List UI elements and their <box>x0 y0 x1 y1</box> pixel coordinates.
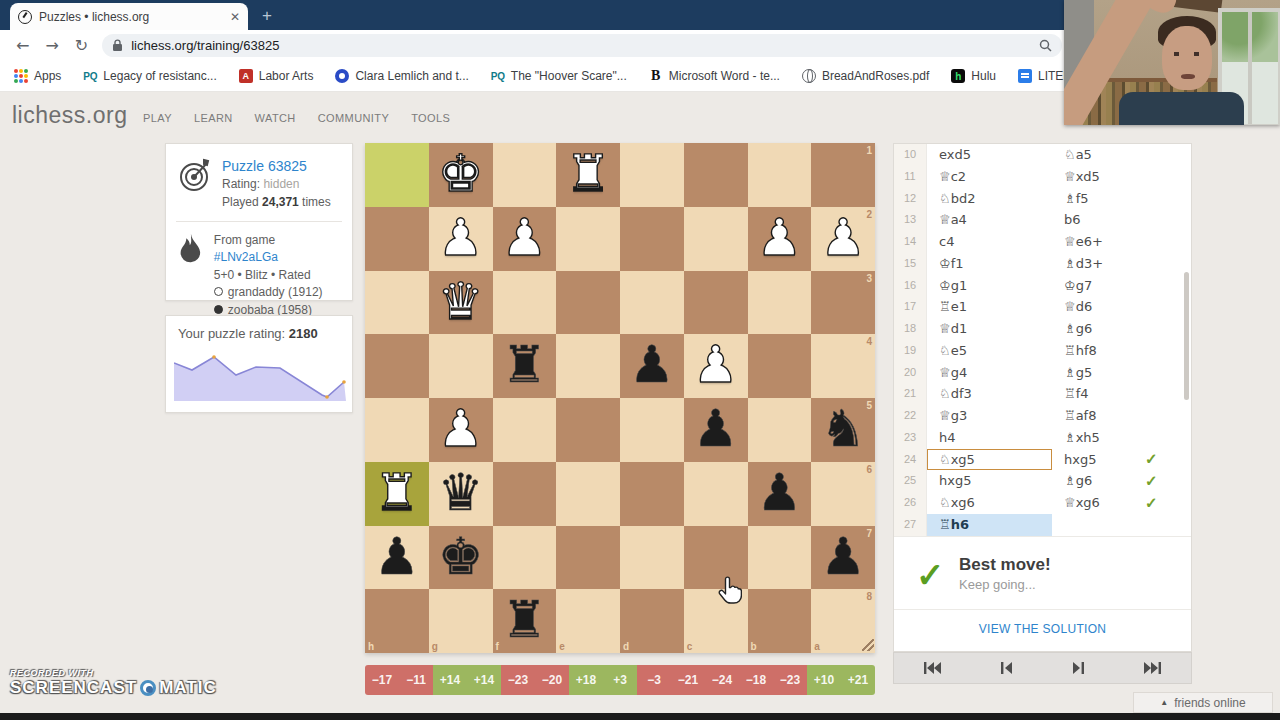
square-c5[interactable]: ♟ <box>684 398 748 462</box>
square-h4[interactable] <box>365 334 429 398</box>
black-pawn[interactable]: ♟ <box>748 462 812 526</box>
white-rook[interactable]: ♜ <box>556 143 620 207</box>
target-icon <box>176 156 214 194</box>
black-dot-icon <box>214 305 223 314</box>
file-label: g <box>432 641 438 652</box>
square-h8[interactable]: h <box>365 589 429 653</box>
bookmark-label: Microsoft Word - te... <box>669 69 780 83</box>
eval-cell[interactable]: +14 <box>433 665 467 695</box>
move-number: 14 <box>894 231 927 253</box>
square-b2[interactable]: ♟ <box>748 207 812 271</box>
puzzle-rating-card: Your puzzle rating: 2180 <box>165 315 353 413</box>
square-c2[interactable] <box>684 207 748 271</box>
square-e4[interactable] <box>556 334 620 398</box>
square-d7[interactable] <box>620 526 684 590</box>
square-e2[interactable] <box>556 207 620 271</box>
white-rook[interactable]: ♜ <box>365 462 429 526</box>
puzzle-played: Played 24,371 times <box>222 194 331 211</box>
move-number: 21 <box>894 383 927 405</box>
webcam-person-mouth <box>1181 74 1195 79</box>
screencast-watermark: RECORDED WITH SCREENCAST MATIC <box>10 668 217 698</box>
move-row: 12♘bd2♗f5 <box>894 188 1191 210</box>
square-h3[interactable] <box>365 271 429 335</box>
square-g2[interactable]: ♟ <box>429 207 493 271</box>
move-number: 16 <box>894 275 927 297</box>
move-number: 20 <box>894 362 927 384</box>
square-b8[interactable]: b <box>748 589 812 653</box>
rank-label: 3 <box>866 273 872 284</box>
eval-cell[interactable]: +3 <box>603 665 637 695</box>
square-e3[interactable] <box>556 271 620 335</box>
move-row: 20♕g4♗g5 <box>894 362 1191 384</box>
black-queen[interactable]: ♛ <box>429 462 493 526</box>
tab-favicon-icon <box>18 10 32 24</box>
bookmark-item[interactable]: PQThe "Hoover Scare"... <box>491 69 627 83</box>
black-king[interactable]: ♚ <box>429 526 493 590</box>
eval-cell[interactable]: +21 <box>841 665 875 695</box>
eval-cell[interactable]: −18 <box>739 665 773 695</box>
board-resize-handle[interactable] <box>862 639 874 651</box>
white-move[interactable]: ♖e1 <box>927 296 1052 318</box>
black-move[interactable]: ♗g6 <box>1052 318 1145 340</box>
recorded-with-label: RECORDED WITH <box>10 668 217 678</box>
chess-board[interactable]: ♚♜1♟♟♟♟2♛3♜♟♟4♟♟♞5♜♛♟6♟♚♟7hg♜fedcb8a <box>365 143 875 653</box>
square-g8[interactable]: g <box>429 589 493 653</box>
eval-cell[interactable]: +18 <box>569 665 603 695</box>
move-row: 14c4♕e6+ <box>894 231 1191 253</box>
black-move[interactable]: b6 <box>1052 209 1145 231</box>
rank-label: 7 <box>866 528 872 539</box>
rank-label: 2 <box>866 209 872 220</box>
square-f4[interactable]: ♜ <box>493 334 557 398</box>
square-d4[interactable]: ♟ <box>620 334 684 398</box>
square-e8[interactable]: e <box>556 589 620 653</box>
feedback-panel: ✓ Best move! Keep going... VIEW THE SOLU… <box>894 536 1191 651</box>
move-number: 24 <box>894 449 927 471</box>
move-list[interactable]: 10exd5♘a511♕c2♕xd512♘bd2♗f513♕a4b614c4♕e… <box>894 144 1191 536</box>
square-d5[interactable] <box>620 398 684 462</box>
bookmark-item[interactable]: Clara Lemlich and t... <box>335 69 468 83</box>
black-move[interactable]: ♗d3+ <box>1052 253 1145 275</box>
move-row: 19♘e5♖hf8 <box>894 340 1191 362</box>
square-a6[interactable]: 6 <box>811 462 875 526</box>
pq-bookmark-icon: PQ <box>83 69 97 83</box>
file-label: f <box>496 641 499 652</box>
white-move[interactable]: ♖h6 <box>927 514 1052 536</box>
square-a3[interactable]: 3 <box>811 271 875 335</box>
eval-cell[interactable]: −21 <box>671 665 705 695</box>
square-a5[interactable]: ♞5 <box>811 398 875 462</box>
square-f7[interactable] <box>493 526 557 590</box>
bookmark-label: The "Hoover Scare"... <box>511 69 627 83</box>
square-f3[interactable] <box>493 271 557 335</box>
url-text: lichess.org/training/63825 <box>131 38 1031 53</box>
square-d1[interactable] <box>620 143 684 207</box>
square-g6[interactable]: ♛ <box>429 462 493 526</box>
feedback-title: Best move! <box>959 555 1051 575</box>
move-check-icon: ✓ <box>1145 472 1175 490</box>
square-b4[interactable] <box>748 334 812 398</box>
move-check-icon: ✓ <box>1145 494 1175 512</box>
black-move[interactable]: hxg5 <box>1052 449 1145 471</box>
square-b6[interactable]: ♟ <box>748 462 812 526</box>
reload-icon[interactable]: ↻ <box>75 36 88 55</box>
puzzle-rating: Rating: hidden <box>222 176 331 193</box>
back-icon[interactable]: ← <box>16 36 29 55</box>
black-pawn[interactable]: ♟ <box>684 398 748 462</box>
black-pawn[interactable]: ♟ <box>811 526 875 590</box>
bottom-strip <box>0 713 1280 720</box>
white-pawn[interactable]: ♟ <box>684 334 748 398</box>
rank-label: 5 <box>866 400 872 411</box>
search-icon[interactable] <box>1039 39 1052 52</box>
bookmark-item[interactable]: hHulu <box>951 69 996 83</box>
move-row: 23h4♗xh5 <box>894 427 1191 449</box>
black-move[interactable] <box>1052 514 1145 536</box>
square-g3[interactable]: ♛ <box>429 271 493 335</box>
move-number: 23 <box>894 427 927 449</box>
white-move[interactable]: ♘df3 <box>927 383 1052 405</box>
bookmark-item[interactable]: Apps <box>14 69 61 83</box>
square-e5[interactable] <box>556 398 620 462</box>
previous-move-button[interactable] <box>1001 661 1013 675</box>
chevron-up-icon: ▲ <box>1160 698 1168 707</box>
next-move-button[interactable] <box>1072 661 1084 675</box>
square-h5[interactable] <box>365 398 429 462</box>
lock-icon <box>112 39 123 52</box>
black-move[interactable]: ♖af8 <box>1052 405 1145 427</box>
square-g5[interactable]: ♟ <box>429 398 493 462</box>
white-queen[interactable]: ♛ <box>429 271 493 335</box>
square-d6[interactable] <box>620 462 684 526</box>
square-h2[interactable] <box>365 207 429 271</box>
square-a2[interactable]: ♟2 <box>811 207 875 271</box>
hulu-bookmark-icon: h <box>951 69 965 83</box>
rank-label: 6 <box>866 464 872 475</box>
pq-bookmark-icon: PQ <box>491 69 505 83</box>
la-bookmark-icon: A <box>239 69 253 83</box>
black-pawn[interactable]: ♟ <box>365 526 429 590</box>
rating-label: Your puzzle rating: 2180 <box>166 316 352 345</box>
rank-label: 1 <box>866 145 872 156</box>
flame-icon <box>176 232 206 272</box>
nav-item-watch[interactable]: WATCH <box>255 112 296 124</box>
time-control: 5+0 • Blitz • Rated <box>214 267 342 284</box>
square-c6[interactable] <box>684 462 748 526</box>
move-row: 17♖e1♕d6 <box>894 296 1191 318</box>
black-rook[interactable]: ♜ <box>493 589 557 653</box>
square-f2[interactable]: ♟ <box>493 207 557 271</box>
friends-online-bar[interactable]: ▲ friends online <box>1133 692 1273 713</box>
move-row: 15♔f1♗d3+ <box>894 253 1191 275</box>
square-c3[interactable] <box>684 271 748 335</box>
square-b3[interactable] <box>748 271 812 335</box>
eval-cell[interactable]: −20 <box>535 665 569 695</box>
square-d8[interactable]: d <box>620 589 684 653</box>
square-b7[interactable] <box>748 526 812 590</box>
white-move[interactable]: ♘xg6 <box>927 492 1052 514</box>
white-move[interactable]: exd5 <box>927 144 1052 166</box>
url-bar[interactable]: lichess.org/training/63825 <box>102 34 1062 57</box>
move-number: 27 <box>894 514 927 536</box>
webcam-person-head <box>1162 26 1212 90</box>
white-move[interactable]: ♕g4 <box>927 362 1052 384</box>
white-pawn[interactable]: ♟ <box>429 207 493 271</box>
black-move[interactable]: ♕e6+ <box>1052 231 1145 253</box>
square-a7[interactable]: ♟7 <box>811 526 875 590</box>
move-row: 24♘xg5hxg5✓ <box>894 449 1191 471</box>
puzzle-info-card: Puzzle 63825 Rating: hidden Played 24,37… <box>165 143 353 301</box>
black-move[interactable]: ♕xg6 <box>1052 492 1145 514</box>
square-g1[interactable]: ♚ <box>429 143 493 207</box>
square-c1[interactable] <box>684 143 748 207</box>
bookmark-label: Legacy of resistanc... <box>103 69 216 83</box>
webcam-person-torso <box>1119 92 1244 125</box>
black-move[interactable]: ♗g5 <box>1052 362 1145 384</box>
white-move[interactable]: ♘e5 <box>927 340 1052 362</box>
eval-cell[interactable]: −23 <box>501 665 535 695</box>
white-move[interactable]: ♕a4 <box>927 209 1052 231</box>
move-number: 10 <box>894 144 927 166</box>
file-label: c <box>687 641 693 652</box>
move-row: 27♖h6 <box>894 514 1191 536</box>
move-row: 16♔g1♔g7 <box>894 275 1191 297</box>
b-bookmark-icon: B <box>649 69 663 83</box>
eval-cell[interactable]: −11 <box>399 665 433 695</box>
file-label: a <box>814 641 820 652</box>
puzzle-side-panel: 10exd5♘a511♕c2♕xd512♘bd2♗f513♕a4b614c4♕e… <box>893 143 1192 652</box>
square-d3[interactable] <box>620 271 684 335</box>
first-move-button[interactable] <box>924 661 942 675</box>
square-b5[interactable] <box>748 398 812 462</box>
white-move[interactable]: ♕d1 <box>927 318 1052 340</box>
move-row: 22♕g3♖af8 <box>894 405 1191 427</box>
square-b1[interactable] <box>748 143 812 207</box>
mouse-cursor-hand <box>716 576 742 604</box>
move-number: 22 <box>894 405 927 427</box>
evaluation-bar: −17−11+14+14−23−20+18+3−3−21−24−18−23+10… <box>365 665 875 695</box>
globe-bookmark-icon <box>802 69 816 83</box>
square-h7[interactable]: ♟ <box>365 526 429 590</box>
move-number: 15 <box>894 253 927 275</box>
square-a1[interactable]: 1 <box>811 143 875 207</box>
square-f8[interactable]: ♜f <box>493 589 557 653</box>
white-pawn[interactable]: ♟ <box>493 207 557 271</box>
square-a4[interactable]: 4 <box>811 334 875 398</box>
white-move[interactable]: ♔f1 <box>927 253 1052 275</box>
white-move[interactable]: h4 <box>927 427 1052 449</box>
bookmark-label: Labor Arts <box>259 69 314 83</box>
move-list-scrollbar[interactable] <box>1184 272 1189 400</box>
black-move[interactable]: ♗f5 <box>1052 188 1145 210</box>
feedback-subtitle: Keep going... <box>959 577 1036 592</box>
square-c4[interactable]: ♟ <box>684 334 748 398</box>
bookmark-item[interactable]: ALabor Arts <box>239 69 314 83</box>
bookmark-label: Hulu <box>971 69 996 83</box>
white-move[interactable]: ♔g1 <box>927 275 1052 297</box>
bookmark-label: Clara Lemlich and t... <box>355 69 468 83</box>
move-row: 18♕d1♗g6 <box>894 318 1191 340</box>
bookmark-item[interactable]: PQLegacy of resistanc... <box>83 69 216 83</box>
black-move[interactable]: ♕xd5 <box>1052 166 1145 188</box>
black-move[interactable]: ♗xh5 <box>1052 427 1145 449</box>
black-move[interactable]: ♕d6 <box>1052 296 1145 318</box>
last-move-button[interactable] <box>1143 661 1161 675</box>
apps-bookmark-icon <box>14 69 28 83</box>
white-pawn[interactable]: ♟ <box>748 207 812 271</box>
eval-cell[interactable]: −17 <box>365 665 399 695</box>
move-row: 13♕a4b6 <box>894 209 1191 231</box>
lichess-nav: PLAYLEARNWATCHCOMMUNITYTOOLS <box>143 112 450 124</box>
square-f6[interactable] <box>493 462 557 526</box>
move-number: 17 <box>894 296 927 318</box>
eval-cell[interactable]: −24 <box>705 665 739 695</box>
puzzle-title-link[interactable]: Puzzle 63825 <box>222 156 331 176</box>
forward-icon[interactable]: → <box>45 36 58 55</box>
square-f1[interactable] <box>493 143 557 207</box>
square-f5[interactable] <box>493 398 557 462</box>
browser-tab[interactable]: Puzzles • lichess.org ✕ <box>10 3 248 30</box>
pbs-bookmark-icon <box>335 69 349 83</box>
from-game: From game #LNv2aLGa <box>214 232 342 267</box>
file-label: b <box>751 641 757 652</box>
eval-cell[interactable]: +14 <box>467 665 501 695</box>
square-g7[interactable]: ♚ <box>429 526 493 590</box>
square-h6[interactable]: ♜ <box>365 462 429 526</box>
black-knight[interactable]: ♞ <box>811 398 875 462</box>
move-number: 26 <box>894 492 927 514</box>
rank-label: 8 <box>866 591 872 602</box>
black-move[interactable]: ♖f4 <box>1052 383 1145 405</box>
black-rook[interactable]: ♜ <box>493 334 557 398</box>
square-e7[interactable] <box>556 526 620 590</box>
move-number: 25 <box>894 470 927 492</box>
move-row: 26♘xg6♕xg6✓ <box>894 492 1191 514</box>
best-move-check-icon: ✓ <box>916 555 945 595</box>
nav-item-play[interactable]: PLAY <box>143 112 172 124</box>
move-number: 12 <box>894 188 927 210</box>
white-move[interactable]: ♕g3 <box>927 405 1052 427</box>
nav-item-learn[interactable]: LEARN <box>194 112 233 124</box>
bookmark-label: Apps <box>34 69 61 83</box>
move-row: 11♕c2♕xd5 <box>894 166 1191 188</box>
webcam-overlay <box>1064 0 1280 125</box>
eval-cell[interactable]: +10 <box>807 665 841 695</box>
move-row: 10exd5♘a5 <box>894 144 1191 166</box>
move-number: 11 <box>894 166 927 188</box>
friends-online-label: friends online <box>1174 696 1245 710</box>
move-number: 19 <box>894 340 927 362</box>
lichess-logo[interactable]: lichess.org <box>12 102 127 129</box>
white-move[interactable]: ♘bd2 <box>927 188 1052 210</box>
move-check-icon: ✓ <box>1145 450 1175 468</box>
view-solution-link[interactable]: VIEW THE SOLUTION <box>894 609 1191 636</box>
square-d2[interactable] <box>620 207 684 271</box>
black-move[interactable]: ♗g6 <box>1052 470 1145 492</box>
file-label: h <box>368 641 374 652</box>
white-player: grandaddy (1912) <box>214 284 342 301</box>
white-pawn[interactable]: ♟ <box>811 207 875 271</box>
black-move[interactable]: ♘a5 <box>1052 144 1145 166</box>
nav-item-community[interactable]: COMMUNITY <box>318 112 389 124</box>
move-number: 18 <box>894 318 927 340</box>
divider <box>176 221 342 222</box>
white-move[interactable]: hxg5 <box>927 470 1052 492</box>
white-move[interactable]: ♕c2 <box>927 166 1052 188</box>
black-move[interactable]: ♖hf8 <box>1052 340 1145 362</box>
tab-close-icon[interactable]: ✕ <box>230 10 240 24</box>
white-king[interactable]: ♚ <box>429 143 493 207</box>
screencastomatic-logo: SCREENCAST MATIC <box>10 678 217 698</box>
black-pawn[interactable]: ♟ <box>620 334 684 398</box>
file-label: e <box>559 641 565 652</box>
new-tab-button[interactable]: + <box>262 6 272 26</box>
white-move[interactable]: c4 <box>927 231 1052 253</box>
move-number: 13 <box>894 209 927 231</box>
nav-item-tools[interactable]: TOOLS <box>411 112 450 124</box>
screencastomatic-o-icon <box>140 680 156 696</box>
bookmark-item[interactable]: BreadAndRoses.pdf <box>802 69 929 83</box>
rank-label: 4 <box>866 336 872 347</box>
move-row: 25hxg5♗g6✓ <box>894 470 1191 492</box>
eval-cell[interactable]: −23 <box>773 665 807 695</box>
docs-bookmark-icon <box>1018 69 1032 83</box>
eval-cell[interactable]: −3 <box>637 665 671 695</box>
bookmark-item[interactable]: BMicrosoft Word - te... <box>649 69 780 83</box>
white-dot-icon <box>214 287 223 296</box>
file-label: d <box>623 641 629 652</box>
playback-controls <box>893 652 1192 684</box>
square-e6[interactable] <box>556 462 620 526</box>
tab-title: Puzzles • lichess.org <box>39 10 223 24</box>
webcam-person-eyes <box>1174 52 1202 56</box>
rating-chart <box>174 345 346 401</box>
white-move[interactable]: ♘xg5 <box>927 449 1052 471</box>
bookmark-label: BreadAndRoses.pdf <box>822 69 929 83</box>
square-g4[interactable] <box>429 334 493 398</box>
square-e1[interactable]: ♜ <box>556 143 620 207</box>
move-row: 21♘df3♖f4 <box>894 383 1191 405</box>
game-link[interactable]: #LNv2aLGa <box>214 250 278 264</box>
black-move[interactable]: ♔g7 <box>1052 275 1145 297</box>
square-h1[interactable] <box>365 143 429 207</box>
white-pawn[interactable]: ♟ <box>429 398 493 462</box>
